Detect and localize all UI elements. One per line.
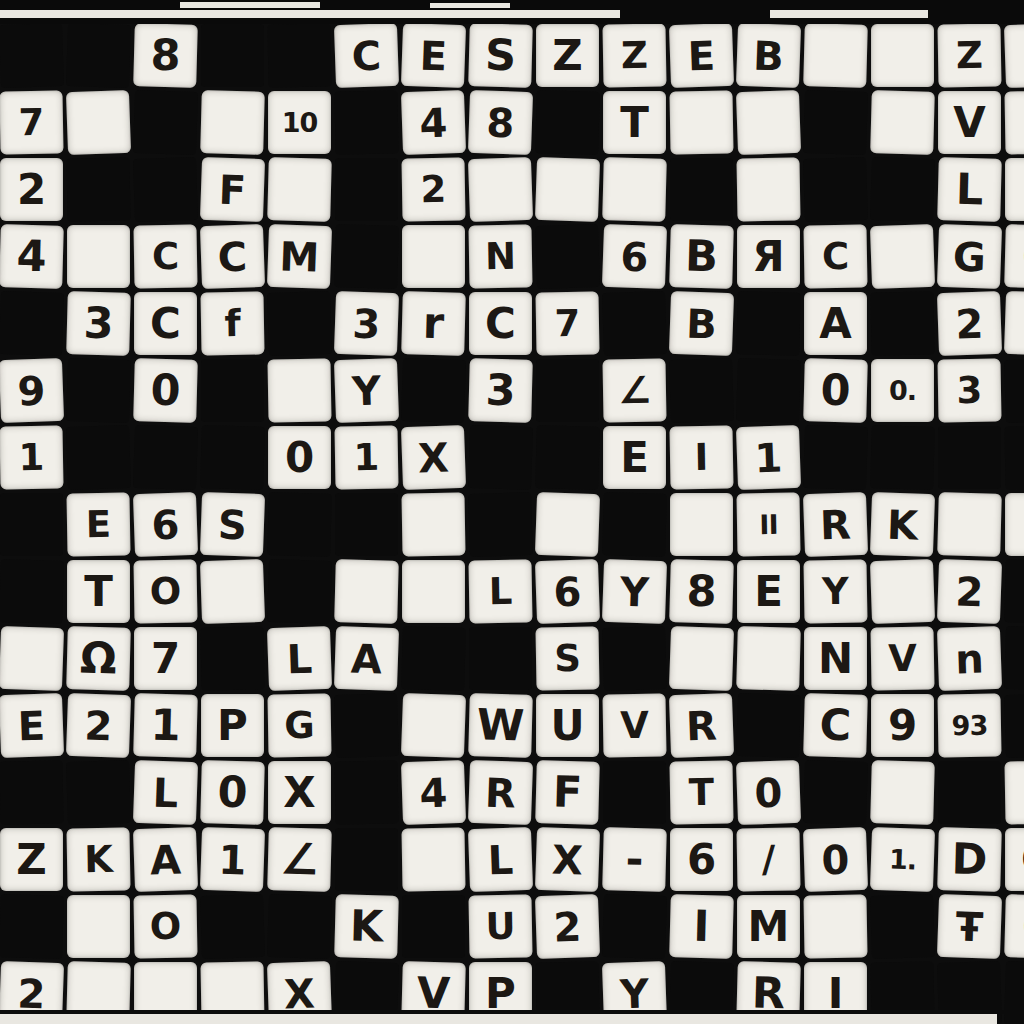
cell-r4-c11-black bbox=[736, 291, 801, 356]
cell-r7-c6[interactable] bbox=[401, 492, 465, 556]
cell-r9-c8[interactable]: S bbox=[535, 626, 599, 690]
cell-r9-c4[interactable]: L bbox=[267, 626, 332, 691]
cell-r2-c8[interactable] bbox=[535, 157, 600, 222]
cell-r5-c5[interactable]: Y bbox=[334, 358, 399, 423]
cell-r2-c0[interactable]: 2 bbox=[0, 158, 63, 221]
cell-r9-c3-black bbox=[200, 626, 264, 690]
cell-r13-c2[interactable]: O bbox=[133, 894, 197, 958]
cell-r8-c11[interactable]: E bbox=[737, 560, 800, 623]
cell-r10-c14[interactable]: 93 bbox=[937, 693, 1001, 757]
cell-r8-c8[interactable]: 6 bbox=[535, 559, 600, 624]
cell-r9-c14[interactable]: n bbox=[937, 626, 1002, 691]
cell-r12-c10[interactable]: 6 bbox=[670, 828, 733, 891]
cell-r11-c1-black bbox=[66, 760, 131, 825]
cell-r7-c11[interactable]: II bbox=[736, 492, 800, 556]
cell-r4-c7[interactable]: C bbox=[469, 292, 532, 355]
cell-r6-c1-black bbox=[66, 425, 131, 490]
cell-r7-c10[interactable] bbox=[670, 493, 733, 556]
cell-r11-c2[interactable]: L bbox=[133, 760, 198, 825]
cell-r5-c9[interactable]: ∠ bbox=[602, 358, 666, 422]
cell-r4-c10[interactable]: B bbox=[669, 291, 734, 356]
cell-r5-c12[interactable]: 0 bbox=[803, 358, 868, 423]
cell-r6-c2-black bbox=[133, 425, 198, 490]
cell-r3-c0[interactable]: 4 bbox=[0, 224, 64, 289]
cell-r6-c3-black bbox=[200, 425, 265, 490]
cell-r7-c2[interactable]: 6 bbox=[133, 492, 198, 557]
cell-r6-c14-black bbox=[938, 426, 1001, 489]
cell-r9-c12[interactable]: N bbox=[804, 627, 867, 690]
cell-r4-c14[interactable]: 2 bbox=[937, 291, 1002, 356]
cell-r7-c13[interactable]: K bbox=[870, 492, 935, 557]
cell-r13-c15[interactable]: 6 bbox=[1004, 894, 1024, 959]
cell-r11-c12-black bbox=[803, 760, 868, 825]
cell-r1-c9[interactable]: T bbox=[603, 91, 666, 154]
cell-r12-c11[interactable]: / bbox=[736, 827, 800, 891]
cell-r1-c6[interactable]: 4 bbox=[401, 90, 466, 155]
cell-r6-c7-black bbox=[468, 425, 533, 490]
cell-r13-c10[interactable]: I bbox=[669, 894, 734, 959]
top-bar-speck bbox=[430, 3, 510, 8]
cell-r0-c13[interactable] bbox=[871, 24, 934, 87]
cell-r3-c3[interactable]: C bbox=[200, 224, 265, 289]
cell-r4-c9-black bbox=[602, 291, 667, 356]
cell-r8-c5[interactable] bbox=[334, 559, 399, 624]
cell-r2-c10-black bbox=[670, 158, 733, 221]
cell-r11-c11[interactable]: 0 bbox=[736, 760, 801, 825]
cell-r0-c9[interactable]: Z bbox=[602, 23, 666, 87]
cell-r4-c1[interactable]: 3 bbox=[66, 291, 131, 356]
cell-r11-c5-black bbox=[334, 760, 398, 824]
cell-r13-c6-black bbox=[402, 895, 465, 958]
cell-r10-c3[interactable]: P bbox=[201, 694, 264, 757]
cell-r8-c9[interactable]: Y bbox=[602, 559, 667, 624]
cell-r1-c12-black bbox=[803, 90, 868, 155]
cell-r1-c10[interactable] bbox=[669, 90, 733, 154]
cell-r7-c4-black bbox=[267, 492, 332, 557]
cell-r7-c7-black bbox=[468, 492, 533, 557]
cell-r6-c0[interactable]: 1 bbox=[0, 425, 64, 489]
cell-r13-c13-black bbox=[870, 894, 935, 959]
cell-r9-c2[interactable]: 7 bbox=[134, 627, 197, 690]
cell-r10-c11-black bbox=[736, 693, 801, 758]
cell-r1-c3[interactable] bbox=[200, 90, 265, 155]
cell-r0-c3-black bbox=[201, 24, 264, 87]
cell-r7-c9-black bbox=[602, 492, 667, 557]
cell-r10-c6[interactable] bbox=[401, 693, 466, 758]
cell-r11-c14-black bbox=[938, 761, 1001, 824]
cell-r8-c3[interactable] bbox=[200, 559, 265, 624]
cell-r11-c13[interactable] bbox=[870, 760, 935, 825]
cell-r10-c10[interactable]: R bbox=[669, 693, 734, 758]
cell-r3-c6[interactable] bbox=[402, 225, 465, 288]
cell-r4-c12[interactable]: A bbox=[804, 292, 867, 355]
cell-r10-c7[interactable]: W bbox=[468, 693, 533, 758]
cell-r11-c6[interactable]: 4 bbox=[401, 760, 466, 825]
cell-r4-c0-black bbox=[0, 291, 64, 356]
cell-r12-c12[interactable]: 0 bbox=[803, 827, 868, 892]
cell-r9-c9-black bbox=[602, 626, 667, 691]
cell-r10-c5-black bbox=[334, 693, 399, 758]
cell-r2-c7[interactable] bbox=[468, 157, 533, 222]
cell-r0-c4-black bbox=[267, 23, 331, 87]
cell-r6-c15-black bbox=[1004, 425, 1024, 489]
cell-r9-c13[interactable]: V bbox=[870, 626, 934, 690]
cell-r5-c14[interactable]: 3 bbox=[937, 358, 1001, 422]
cell-r8-c13[interactable] bbox=[870, 559, 935, 624]
cell-r1-c4[interactable]: 10 bbox=[268, 91, 331, 154]
cell-r2-c6[interactable]: 2 bbox=[401, 157, 465, 221]
cell-r6-c9[interactable]: E bbox=[603, 426, 666, 489]
cell-r4-c13-black bbox=[870, 291, 934, 355]
cell-r13-c14[interactable]: Ŧ bbox=[937, 894, 1002, 959]
top-border-bar bbox=[0, 0, 1024, 24]
crossword-grid: 8CESZZEBZ171048TV2F2L4CCMN6BЯCG63Cf3rC7B… bbox=[0, 24, 1024, 1024]
cell-r2-c9[interactable] bbox=[602, 157, 667, 222]
cell-r2-c2-black bbox=[133, 157, 198, 222]
cell-r11-c3[interactable]: 0 bbox=[200, 760, 265, 825]
cell-r3-c11[interactable]: Я bbox=[737, 225, 800, 288]
cell-r2-c4[interactable] bbox=[267, 157, 332, 222]
cell-r13-c0-black bbox=[0, 894, 64, 959]
cell-r3-c7[interactable]: N bbox=[468, 224, 532, 288]
cell-r10-c2[interactable]: 1 bbox=[133, 693, 198, 758]
cell-r5-c7[interactable]: 3 bbox=[468, 358, 533, 423]
cell-r3-c5-black bbox=[334, 224, 399, 289]
cell-r6-c12-black bbox=[803, 425, 868, 490]
cell-r12-c0[interactable]: Z bbox=[0, 828, 63, 891]
cell-r3-c12[interactable]: C bbox=[803, 224, 867, 288]
cell-r4-c3[interactable]: f bbox=[200, 291, 264, 355]
cell-r10-c4[interactable]: G bbox=[267, 693, 331, 757]
cell-r8-c14[interactable]: 2 bbox=[937, 559, 1002, 624]
cell-r1-c2-black bbox=[133, 90, 198, 155]
cell-r11-c7[interactable]: R bbox=[468, 760, 533, 825]
cell-r0-c1-black bbox=[66, 23, 131, 88]
cell-r5-c1-black bbox=[66, 358, 131, 423]
top-bar-smudge bbox=[928, 6, 1024, 20]
top-bar-smudge bbox=[620, 8, 770, 20]
cell-r2-c11[interactable] bbox=[736, 157, 800, 221]
cell-r3-c8-black bbox=[535, 224, 600, 289]
cell-r11-c0-black bbox=[0, 760, 64, 824]
cell-r4-c2[interactable]: C bbox=[134, 292, 197, 355]
cell-r0-c10[interactable]: E bbox=[669, 23, 734, 88]
cell-r3-c2[interactable]: C bbox=[133, 224, 197, 288]
cell-r2-c13-black bbox=[870, 157, 935, 222]
cell-r2-c12-black bbox=[803, 157, 868, 222]
cell-r12-c4[interactable]: ∠ bbox=[267, 827, 332, 892]
cell-r12-c5-black bbox=[335, 828, 398, 891]
cell-r4-c15[interactable]: J bbox=[1004, 291, 1024, 356]
cell-r13-c12[interactable] bbox=[803, 894, 867, 958]
cell-r14-c15-black bbox=[1004, 961, 1024, 1024]
cell-r3-c4[interactable]: M bbox=[267, 224, 332, 289]
cell-r4-c4-black bbox=[267, 291, 332, 356]
cell-r7-c3[interactable]: S bbox=[200, 492, 265, 557]
cell-r12-c1[interactable]: K bbox=[66, 827, 130, 891]
cell-r11-c9-black bbox=[603, 761, 666, 824]
cell-r0-c7[interactable]: S bbox=[468, 23, 533, 88]
cell-r7-c8[interactable] bbox=[535, 492, 600, 557]
cell-r3-c1[interactable] bbox=[67, 225, 130, 288]
cell-r10-c8[interactable]: U bbox=[536, 694, 599, 757]
cell-r0-c12[interactable] bbox=[803, 23, 868, 88]
cell-r1-c11[interactable] bbox=[736, 90, 801, 155]
cell-r8-c7[interactable]: L bbox=[468, 559, 532, 623]
cell-r1-c14[interactable]: V bbox=[938, 91, 1001, 154]
cell-r6-c13-black bbox=[870, 425, 935, 490]
cell-r12-c13[interactable]: 1. bbox=[870, 827, 935, 892]
cell-r6-c8-black bbox=[535, 425, 600, 490]
cell-r12-c6[interactable] bbox=[401, 827, 465, 891]
bottom-cell-edge-strip bbox=[0, 1014, 997, 1024]
cell-r5-c13[interactable]: 0. bbox=[871, 359, 934, 422]
cell-r9-c6-black bbox=[401, 626, 466, 691]
cell-r5-c15-black bbox=[1004, 358, 1024, 423]
cell-r13-c5[interactable]: K bbox=[334, 894, 399, 959]
cell-r4-c5[interactable]: 3 bbox=[334, 291, 399, 356]
cell-r3-c13[interactable] bbox=[870, 224, 935, 289]
cell-r11-c15[interactable] bbox=[1004, 760, 1024, 824]
cell-r1-c0[interactable]: 7 bbox=[0, 90, 64, 154]
cell-r9-c15-black bbox=[1004, 626, 1024, 691]
cell-r13-c7[interactable]: U bbox=[468, 894, 532, 958]
cell-r11-c8[interactable]: F bbox=[535, 760, 600, 825]
cell-r12-c8[interactable]: X bbox=[535, 827, 600, 892]
cell-r13-c1[interactable] bbox=[67, 895, 130, 958]
cell-r7-c12[interactable]: R bbox=[803, 492, 868, 557]
cell-r5-c11-black bbox=[736, 358, 801, 423]
cell-r10-c15-black bbox=[1004, 693, 1024, 758]
cell-r9-c10[interactable] bbox=[669, 626, 734, 691]
cell-r3-c9[interactable]: 6 bbox=[602, 224, 667, 289]
cell-r5-c4[interactable] bbox=[267, 358, 331, 422]
cell-r13-c9-black bbox=[602, 894, 667, 959]
cell-r8-c2[interactable]: O bbox=[133, 559, 197, 623]
cell-r7-c0-black bbox=[0, 493, 63, 556]
cell-r12-c14[interactable]: D bbox=[937, 827, 1002, 892]
cell-r1-c8-black bbox=[535, 90, 600, 155]
cell-r1-c1[interactable] bbox=[66, 90, 131, 155]
cell-r9-c11[interactable] bbox=[736, 626, 801, 691]
cell-r13-c8[interactable]: 2 bbox=[535, 894, 600, 959]
cell-r10-c13[interactable]: 9 bbox=[871, 694, 934, 757]
cell-r2-c1-black bbox=[66, 157, 130, 221]
cell-r8-c0-black bbox=[0, 559, 64, 624]
cell-r4-c6[interactable]: r bbox=[401, 291, 466, 356]
cell-r6-c5[interactable]: 1 bbox=[334, 425, 398, 489]
cell-r0-c5[interactable]: C bbox=[334, 23, 399, 88]
cell-r1-c7[interactable]: 8 bbox=[468, 90, 533, 155]
cell-r13-c3-black bbox=[200, 894, 265, 959]
cell-r10-c12[interactable]: C bbox=[803, 693, 868, 758]
cell-r8-c10[interactable]: 8 bbox=[669, 559, 734, 624]
cell-r12-c2[interactable]: A bbox=[133, 827, 198, 892]
cell-r0-c15[interactable]: 1 bbox=[1004, 23, 1024, 88]
cell-r8-c15-black bbox=[1004, 559, 1024, 624]
cell-r5-c0[interactable]: 9 bbox=[0, 358, 64, 423]
cell-r7-c5-black bbox=[335, 493, 398, 556]
cell-r2-c5-black bbox=[335, 158, 398, 221]
cell-r9-c0[interactable] bbox=[0, 626, 64, 691]
cell-r10-c0[interactable]: E bbox=[0, 693, 64, 758]
cell-r0-c0-black bbox=[0, 23, 64, 88]
cell-r12-c7[interactable]: L bbox=[468, 827, 533, 892]
cell-r1-c15[interactable] bbox=[1004, 90, 1024, 154]
cell-r6-c11[interactable]: 1 bbox=[736, 425, 801, 490]
cell-r0-c11[interactable]: B bbox=[736, 23, 801, 88]
cell-r11-c4[interactable]: X bbox=[268, 761, 331, 824]
cell-r5-c2[interactable]: 0 bbox=[133, 358, 198, 423]
cell-r13-c11[interactable]: M bbox=[737, 895, 800, 958]
cell-r5-c10-black bbox=[669, 358, 734, 423]
cell-r7-c14[interactable] bbox=[937, 492, 1002, 557]
cell-r9-c5[interactable]: A bbox=[334, 626, 399, 691]
cell-r0-c8[interactable]: Z bbox=[536, 24, 599, 87]
cell-r4-c8[interactable]: 7 bbox=[535, 291, 599, 355]
cell-r12-c3[interactable]: 1 bbox=[200, 827, 265, 892]
top-white-stripe bbox=[0, 10, 1024, 18]
cell-r11-c10[interactable]: T bbox=[669, 760, 733, 824]
cell-r9-c1[interactable]: Ω bbox=[66, 626, 131, 691]
cell-r3-c14[interactable]: G bbox=[937, 224, 1002, 289]
cell-r3-c15[interactable]: 6 bbox=[1004, 224, 1024, 289]
cell-r0-c14[interactable]: Z bbox=[937, 23, 1001, 87]
cell-r3-c10[interactable]: B bbox=[669, 224, 734, 289]
cell-r5-c3-black bbox=[201, 359, 264, 422]
cell-r8-c6[interactable] bbox=[402, 560, 465, 623]
cell-r5-c6-black bbox=[401, 358, 466, 423]
cell-r10-c9[interactable]: V bbox=[602, 693, 666, 757]
cell-r0-c6[interactable]: E bbox=[401, 23, 466, 88]
cell-r12-c15[interactable]: C bbox=[1005, 828, 1024, 891]
cell-r9-c7-black bbox=[469, 627, 532, 690]
cell-r0-c2[interactable]: 8 bbox=[133, 23, 198, 88]
cell-r12-c9[interactable]: - bbox=[602, 827, 667, 892]
cell-r8-c1[interactable]: T bbox=[67, 560, 130, 623]
cell-r13-c4-black bbox=[267, 894, 332, 959]
cell-r7-c1[interactable]: E bbox=[66, 492, 130, 556]
cell-r6-c10[interactable]: I bbox=[669, 425, 733, 489]
cell-r10-c1[interactable]: 2 bbox=[66, 693, 131, 758]
cell-r1-c5-black bbox=[334, 90, 398, 154]
cell-r6-c4[interactable]: 0 bbox=[268, 426, 331, 489]
cell-r1-c13[interactable] bbox=[870, 90, 935, 155]
cell-r5-c8-black bbox=[536, 359, 599, 422]
cell-r2-c15[interactable] bbox=[1005, 158, 1024, 221]
cell-r7-c15[interactable]: P bbox=[1005, 493, 1024, 556]
top-bar-speck bbox=[180, 2, 320, 8]
cell-r2-c3[interactable]: F bbox=[200, 157, 265, 222]
cell-r2-c14[interactable]: L bbox=[937, 157, 1002, 222]
cell-r6-c6[interactable]: X bbox=[401, 425, 466, 490]
cell-r8-c4-black bbox=[267, 559, 332, 624]
cell-r8-c12[interactable]: Y bbox=[803, 559, 867, 623]
